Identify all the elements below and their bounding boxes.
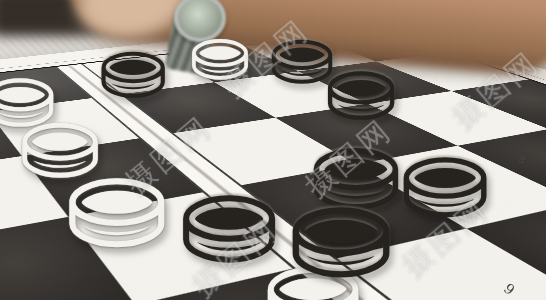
checker-black-h6[interactable]: ⛂ — [399, 125, 491, 235]
checker-black-f8[interactable]: ⛂ — [98, 27, 168, 111]
checker-black-e5[interactable]: ⛂ — [287, 170, 394, 298]
photo-stage: ⛂ ⛂ ⛂ ⛂ ⛂ ⛂ ⛂ ⛂ ⛂ ⛂ ⛂ ⛂ 8 9 摄图网 摄图网 摄图网 … — [0, 0, 546, 300]
checker-white-c6[interactable]: ⛂ — [64, 142, 170, 268]
checker-black-d6[interactable]: ⛂ — [178, 160, 280, 282]
checker-white-margin[interactable]: ⛂ — [189, 17, 251, 91]
